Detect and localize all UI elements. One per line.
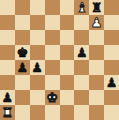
square-b1[interactable]	[15, 105, 30, 120]
square-g8[interactable]: ♜	[89, 0, 104, 15]
black-pawn[interactable]: ♟	[16, 60, 28, 75]
black-king[interactable]: ♚	[16, 45, 28, 60]
square-f6[interactable]	[74, 30, 89, 45]
white-rook[interactable]: ♜	[2, 105, 14, 120]
black-pawn[interactable]: ♟	[2, 90, 14, 105]
square-f4[interactable]	[74, 60, 89, 75]
square-d6[interactable]	[45, 30, 60, 45]
square-e1[interactable]	[60, 105, 75, 120]
square-e8[interactable]	[60, 0, 75, 15]
square-c4[interactable]: ♟	[30, 60, 45, 75]
chess-board-container: ♝♜♟♚♟♟♟♟♟♚♜	[0, 0, 119, 120]
square-d7[interactable]	[45, 15, 60, 30]
square-f7[interactable]	[74, 15, 89, 30]
square-e3[interactable]	[60, 75, 75, 90]
square-c2[interactable]	[30, 90, 45, 105]
square-g6[interactable]	[89, 30, 104, 45]
square-h4[interactable]	[104, 60, 119, 75]
square-a1[interactable]: ♜	[0, 105, 15, 120]
square-c6[interactable]	[30, 30, 45, 45]
square-c1[interactable]	[30, 105, 45, 120]
square-c5[interactable]	[30, 45, 45, 60]
white-bishop[interactable]: ♝	[76, 0, 88, 15]
square-h8[interactable]	[104, 0, 119, 15]
white-pawn[interactable]: ♟	[91, 15, 103, 30]
square-h7[interactable]	[104, 15, 119, 30]
square-h2[interactable]	[104, 90, 119, 105]
white-king[interactable]: ♚	[46, 90, 58, 105]
chess-board: ♝♜♟♚♟♟♟♟♟♚♜	[0, 0, 119, 120]
square-a7[interactable]	[0, 15, 15, 30]
square-f5[interactable]: ♟	[74, 45, 89, 60]
square-a8[interactable]	[0, 0, 15, 15]
square-b7[interactable]	[15, 15, 30, 30]
square-g4[interactable]	[89, 60, 104, 75]
square-g1[interactable]	[89, 105, 104, 120]
square-d3[interactable]	[45, 75, 60, 90]
black-rook[interactable]: ♜	[91, 0, 103, 15]
square-h3[interactable]: ♟	[104, 75, 119, 90]
square-c8[interactable]	[30, 0, 45, 15]
square-f2[interactable]	[74, 90, 89, 105]
square-a4[interactable]	[0, 60, 15, 75]
square-e2[interactable]	[60, 90, 75, 105]
square-b3[interactable]	[15, 75, 30, 90]
square-g5[interactable]	[89, 45, 104, 60]
square-b2[interactable]	[15, 90, 30, 105]
square-e5[interactable]	[60, 45, 75, 60]
square-f3[interactable]	[74, 75, 89, 90]
square-e7[interactable]	[60, 15, 75, 30]
square-g3[interactable]	[89, 75, 104, 90]
square-h1[interactable]	[104, 105, 119, 120]
square-d5[interactable]	[45, 45, 60, 60]
square-a6[interactable]	[0, 30, 15, 45]
square-d4[interactable]	[45, 60, 60, 75]
square-d8[interactable]	[45, 0, 60, 15]
square-c3[interactable]	[30, 75, 45, 90]
square-f1[interactable]	[74, 105, 89, 120]
square-g2[interactable]	[89, 90, 104, 105]
square-d2[interactable]: ♚	[45, 90, 60, 105]
square-b4[interactable]: ♟	[15, 60, 30, 75]
square-a3[interactable]	[0, 75, 15, 90]
square-e4[interactable]	[60, 60, 75, 75]
black-pawn[interactable]: ♟	[106, 75, 118, 90]
square-h5[interactable]	[104, 45, 119, 60]
square-f8[interactable]: ♝	[74, 0, 89, 15]
square-h6[interactable]	[104, 30, 119, 45]
square-g7[interactable]: ♟	[89, 15, 104, 30]
square-e6[interactable]	[60, 30, 75, 45]
square-c7[interactable]	[30, 15, 45, 30]
black-pawn[interactable]: ♟	[76, 45, 88, 60]
black-pawn[interactable]: ♟	[31, 60, 43, 75]
square-b8[interactable]	[15, 0, 30, 15]
square-a2[interactable]: ♟	[0, 90, 15, 105]
square-b6[interactable]	[15, 30, 30, 45]
square-a5[interactable]	[0, 45, 15, 60]
square-d1[interactable]	[45, 105, 60, 120]
square-b5[interactable]: ♚	[15, 45, 30, 60]
